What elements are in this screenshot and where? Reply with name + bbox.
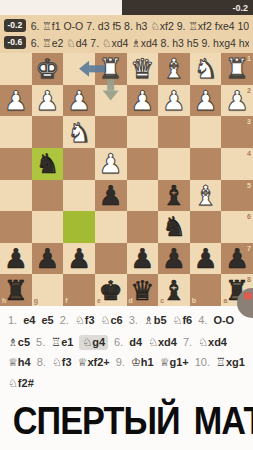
square-d1[interactable]: ♛: [127, 53, 159, 85]
square-g5[interactable]: [32, 180, 64, 212]
move[interactable]: ♖xg1: [216, 356, 245, 369]
evaluation-bar: -0.2: [0, 0, 253, 15]
square-c6[interactable]: ♞: [158, 211, 190, 243]
white-pawn[interactable]: ♟: [0, 85, 32, 117]
white-bishop[interactable]: ♝: [158, 53, 190, 85]
move-number: 1.: [8, 314, 17, 326]
square-e5[interactable]: ♟: [95, 180, 127, 212]
move[interactable]: ♗b5: [144, 314, 167, 327]
move-number: 6.: [114, 336, 123, 348]
square-d4[interactable]: [127, 148, 159, 180]
evaluation-score: -0.2: [232, 3, 248, 13]
white-rook[interactable]: ♜: [95, 53, 127, 85]
square-g7[interactable]: ♟: [32, 243, 64, 275]
move[interactable]: ♗c5: [8, 336, 30, 349]
black-knight[interactable]: ♞: [158, 211, 190, 243]
square-e7[interactable]: [95, 243, 127, 275]
move[interactable]: ♘f6: [173, 314, 193, 327]
move-number: 5.: [36, 336, 45, 348]
square-h8[interactable]: h♜: [0, 274, 32, 306]
move-line: ♕h48.♘f3♕xf2+9.♔h1♕g1+10.♖xg1: [8, 356, 245, 377]
square-f4[interactable]: [63, 148, 95, 180]
chess-analysis-app: -0.2 -0.2 6. ♖f1 O-O 7. d3 f5 8. h3 ♘xf2…: [0, 0, 253, 450]
square-g6[interactable]: [32, 211, 64, 243]
square-a2[interactable]: 2♟: [221, 85, 253, 117]
square-c8[interactable]: c♝: [158, 274, 190, 306]
white-knight[interactable]: ♞: [190, 53, 222, 85]
move[interactable]: ♘f3: [75, 314, 95, 327]
square-f2[interactable]: ♟: [63, 85, 95, 117]
square-f8[interactable]: f: [63, 274, 95, 306]
file-label-f: f: [65, 297, 67, 304]
square-h2[interactable]: ♟: [0, 85, 32, 117]
square-h7[interactable]: ♟: [0, 243, 32, 275]
white-pawn[interactable]: ♟: [95, 148, 127, 180]
square-h1[interactable]: [0, 53, 32, 85]
square-e4[interactable]: ♟: [95, 148, 127, 180]
square-a6[interactable]: 6: [221, 211, 253, 243]
square-f6[interactable]: [63, 211, 95, 243]
move[interactable]: d4: [129, 336, 142, 348]
square-d6[interactable]: [127, 211, 159, 243]
square-h6[interactable]: [0, 211, 32, 243]
move[interactable]: ♘xd4: [198, 336, 227, 349]
white-pawn[interactable]: ♟: [127, 85, 159, 117]
move[interactable]: ♕xf2+: [78, 356, 110, 369]
engine-pv-1: 6. ♖f1 O-O 7. d3 f5 8. h3 ♘xf2 9. ♖xf2 f…: [31, 20, 249, 32]
black-pawn[interactable]: ♟: [127, 243, 159, 275]
square-e1[interactable]: ♜: [95, 53, 127, 85]
square-c5[interactable]: ♝: [158, 180, 190, 212]
square-h4[interactable]: [0, 148, 32, 180]
move[interactable]: ♘f3: [52, 356, 72, 369]
white-knight[interactable]: ♞: [63, 116, 95, 148]
square-g2[interactable]: ♟: [32, 85, 64, 117]
engine-pv-2: 6. ♖e2 ♘d4 7. ♘xd4 ♗xd4 8. h3 h5 9. hxg4…: [31, 37, 249, 49]
square-a3[interactable]: 3: [221, 116, 253, 148]
move-line: 1.e4e52.♘f3♘c63.♗b5♘f64.O-O: [8, 314, 245, 335]
square-g8[interactable]: g: [32, 274, 64, 306]
square-b2[interactable]: ♟: [190, 85, 222, 117]
black-king[interactable]: ♚: [95, 274, 127, 306]
square-d2[interactable]: ♟: [127, 85, 159, 117]
square-d5[interactable]: [127, 180, 159, 212]
move[interactable]: ♔h1: [131, 356, 154, 369]
square-f5[interactable]: [63, 180, 95, 212]
square-c3[interactable]: [158, 116, 190, 148]
square-e6[interactable]: [95, 211, 127, 243]
square-b5[interactable]: ♝: [190, 180, 222, 212]
move[interactable]: ♕g1+: [160, 356, 189, 369]
move[interactable]: ♘c6: [101, 314, 123, 327]
black-knight[interactable]: ♞: [32, 148, 64, 180]
white-queen[interactable]: ♛: [127, 53, 159, 85]
square-d3[interactable]: [127, 116, 159, 148]
black-pawn[interactable]: ♟: [221, 243, 253, 275]
square-c2[interactable]: ♟: [158, 85, 190, 117]
current-move[interactable]: ♘g4: [79, 335, 108, 350]
rank-label-5: 5: [247, 182, 251, 189]
square-d8[interactable]: d♛: [127, 274, 159, 306]
square-b6[interactable]: [190, 211, 222, 243]
white-bishop[interactable]: ♝: [190, 180, 222, 212]
white-king[interactable]: ♚: [32, 53, 64, 85]
engine-line-2[interactable]: -0.6 6. ♖e2 ♘d4 7. ♘xd4 ♗xd4 8. h3 h5 9.…: [0, 34, 253, 51]
chess-board: ♚♜♛♝♞1♜♟♟♟♟♟♟2♟♞3♞♟4♟♝♝5♞6♟♟♟♟♟♟7♟h♜gfe♚…: [0, 53, 253, 306]
black-queen[interactable]: ♛: [127, 274, 159, 306]
black-pawn[interactable]: ♟: [95, 180, 127, 212]
black-pawn[interactable]: ♟: [0, 243, 32, 275]
rank-label-3: 3: [247, 118, 251, 125]
square-b1[interactable]: ♞: [190, 53, 222, 85]
square-b8[interactable]: b: [190, 274, 222, 306]
square-f3[interactable]: ♞: [63, 116, 95, 148]
white-pawn[interactable]: ♟: [32, 85, 64, 117]
square-c4[interactable]: [158, 148, 190, 180]
move-number: 3.: [129, 314, 138, 326]
white-pawn[interactable]: ♟: [158, 85, 190, 117]
white-rook[interactable]: ♜: [221, 53, 253, 85]
square-d7[interactable]: ♟: [127, 243, 159, 275]
rank-label-6: 6: [247, 213, 251, 220]
engine-eval-badge-2: -0.6: [4, 36, 26, 48]
black-rook[interactable]: ♜: [0, 274, 32, 306]
square-a7[interactable]: 7♟: [221, 243, 253, 275]
move[interactable]: e4: [23, 314, 35, 326]
move-number: 10.: [195, 356, 210, 368]
move-number: 7.: [183, 336, 192, 348]
square-f1[interactable]: [63, 53, 95, 85]
white-pawn[interactable]: ♟: [221, 85, 253, 117]
white-pawn[interactable]: ♟: [190, 85, 222, 117]
black-pawn[interactable]: ♟: [63, 243, 95, 275]
black-bishop[interactable]: ♝: [158, 180, 190, 212]
square-e2[interactable]: [95, 85, 127, 117]
square-h5[interactable]: [0, 180, 32, 212]
square-b4[interactable]: [190, 148, 222, 180]
engine-line-1[interactable]: -0.2 6. ♖f1 O-O 7. d3 f5 8. h3 ♘xf2 9. ♖…: [0, 17, 253, 34]
move-number: 2.: [60, 314, 69, 326]
black-pawn[interactable]: ♟: [158, 243, 190, 275]
evaluation-bar-white-side: [0, 0, 122, 15]
square-e8[interactable]: e♚: [95, 274, 127, 306]
move[interactable]: ♘xd4: [148, 336, 177, 349]
square-g4[interactable]: ♞: [32, 148, 64, 180]
engine-lines-panel: -0.2 6. ♖f1 O-O 7. d3 f5 8. h3 ♘xf2 9. ♖…: [0, 15, 253, 53]
move-line: ♘f2#: [8, 377, 245, 398]
square-a1[interactable]: 1♜: [221, 53, 253, 85]
square-h3[interactable]: [0, 116, 32, 148]
square-g3[interactable]: [32, 116, 64, 148]
move[interactable]: ♖e1: [51, 336, 73, 349]
square-e3[interactable]: [95, 116, 127, 148]
square-b7[interactable]: ♟: [190, 243, 222, 275]
square-a4[interactable]: 4: [221, 148, 253, 180]
move-list: 1.e4e52.♘f3♘c63.♗b5♘f64.O-O♗c55.♖e1♘g46.…: [0, 306, 253, 398]
square-b3[interactable]: [190, 116, 222, 148]
square-c7[interactable]: ♟: [158, 243, 190, 275]
record-dot-icon: [244, 292, 252, 300]
move[interactable]: ♘f2#: [8, 377, 34, 390]
black-bishop[interactable]: ♝: [158, 274, 190, 306]
engine-eval-badge-1: -0.2: [4, 19, 26, 31]
evaluation-bar-black-side: -0.2: [122, 0, 253, 15]
file-label-b: b: [192, 297, 196, 304]
move-number: 8.: [37, 356, 46, 368]
move-number: 4.: [198, 314, 207, 326]
black-pawn[interactable]: ♟: [32, 243, 64, 275]
move[interactable]: ♕h4: [8, 356, 31, 369]
square-a5[interactable]: 5: [221, 180, 253, 212]
white-pawn[interactable]: ♟: [63, 85, 95, 117]
move[interactable]: O-O: [213, 314, 234, 326]
move-number: 9.: [116, 356, 125, 368]
move[interactable]: e5: [41, 314, 53, 326]
black-pawn[interactable]: ♟: [190, 243, 222, 275]
file-label-g: g: [34, 297, 38, 304]
square-g1[interactable]: ♚: [32, 53, 64, 85]
page-title: СПЕРТЫЙ МАТ: [13, 402, 241, 442]
square-c1[interactable]: ♝: [158, 53, 190, 85]
move-line: ♗c55.♖e1♘g46.d4♘xd47.♘xd4: [8, 335, 245, 356]
square-f7[interactable]: ♟: [63, 243, 95, 275]
rank-label-4: 4: [247, 150, 251, 157]
